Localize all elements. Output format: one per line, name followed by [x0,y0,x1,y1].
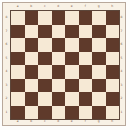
file-labels-top: abcdefgh [11,5,119,9]
square-a8[interactable] [11,11,25,25]
square-g7[interactable] [92,25,106,39]
square-b7[interactable] [25,25,39,39]
coord-label-7: 7 [5,25,9,39]
square-b5[interactable] [25,52,39,66]
square-c7[interactable] [38,25,52,39]
square-e6[interactable] [65,38,79,52]
square-f6[interactable] [79,38,93,52]
coord-label-5: 5 [120,52,124,66]
coord-label-a: a [11,5,25,9]
square-a7[interactable] [11,25,25,39]
square-e4[interactable] [65,65,79,79]
square-f2[interactable] [79,92,93,106]
coord-label-g: g [92,120,106,124]
square-b4[interactable] [25,65,39,79]
square-e2[interactable] [65,92,79,106]
square-f8[interactable] [79,11,93,25]
square-g3[interactable] [92,79,106,93]
square-d7[interactable] [52,25,66,39]
board-frame [10,10,120,120]
square-d8[interactable] [52,11,66,25]
square-g5[interactable] [92,52,106,66]
square-a2[interactable] [11,92,25,106]
square-f3[interactable] [79,79,93,93]
square-d6[interactable] [52,38,66,52]
coord-label-e: e [65,120,79,124]
coord-label-h: h [106,120,120,124]
board-grid [11,11,119,119]
square-f5[interactable] [79,52,93,66]
coord-label-b: b [25,120,39,124]
square-b2[interactable] [25,92,39,106]
square-f1[interactable] [79,106,93,120]
coord-label-c: c [38,5,52,9]
coord-label-7: 7 [120,25,124,39]
square-b1[interactable] [25,106,39,120]
square-c6[interactable] [38,38,52,52]
coord-label-2: 2 [120,92,124,106]
coord-label-d: d [52,5,66,9]
rank-labels-left: 87654321 [5,11,9,119]
chessboard-photo: abcdefgh abcdefgh 87654321 87654321 [0,0,130,130]
square-g8[interactable] [92,11,106,25]
coord-label-e: e [65,5,79,9]
square-f7[interactable] [79,25,93,39]
chessboard: abcdefgh abcdefgh 87654321 87654321 [2,2,126,126]
square-e3[interactable] [65,79,79,93]
coord-label-1: 1 [120,106,124,120]
square-g6[interactable] [92,38,106,52]
rank-labels-right: 87654321 [120,11,124,119]
square-d1[interactable] [52,106,66,120]
square-a5[interactable] [11,52,25,66]
coord-label-8: 8 [120,11,124,25]
coord-label-1: 1 [5,106,9,120]
square-a4[interactable] [11,65,25,79]
square-c5[interactable] [38,52,52,66]
coord-label-6: 6 [5,38,9,52]
coord-label-8: 8 [5,11,9,25]
square-h3[interactable] [106,79,120,93]
square-d3[interactable] [52,79,66,93]
square-g1[interactable] [92,106,106,120]
square-g4[interactable] [92,65,106,79]
square-c8[interactable] [38,11,52,25]
coord-label-f: f [79,120,93,124]
square-c3[interactable] [38,79,52,93]
square-b8[interactable] [25,11,39,25]
square-h2[interactable] [106,92,120,106]
square-c1[interactable] [38,106,52,120]
square-a6[interactable] [11,38,25,52]
square-b6[interactable] [25,38,39,52]
coord-label-g: g [92,5,106,9]
coord-label-c: c [38,120,52,124]
square-e1[interactable] [65,106,79,120]
square-e7[interactable] [65,25,79,39]
coord-label-4: 4 [120,65,124,79]
square-c2[interactable] [38,92,52,106]
coord-label-6: 6 [120,38,124,52]
coord-label-3: 3 [5,79,9,93]
coord-label-2: 2 [5,92,9,106]
square-h6[interactable] [106,38,120,52]
square-g2[interactable] [92,92,106,106]
square-f4[interactable] [79,65,93,79]
square-h8[interactable] [106,11,120,25]
coord-label-f: f [79,5,93,9]
square-h1[interactable] [106,106,120,120]
coord-label-4: 4 [5,65,9,79]
square-h4[interactable] [106,65,120,79]
square-d2[interactable] [52,92,66,106]
coord-label-3: 3 [120,79,124,93]
square-a3[interactable] [11,79,25,93]
square-e8[interactable] [65,11,79,25]
square-h7[interactable] [106,25,120,39]
coord-label-h: h [106,5,120,9]
coord-label-a: a [11,120,25,124]
coord-label-5: 5 [5,52,9,66]
square-a1[interactable] [11,106,25,120]
file-labels-bottom: abcdefgh [11,120,119,124]
square-d5[interactable] [52,52,66,66]
square-e5[interactable] [65,52,79,66]
coord-label-d: d [52,120,66,124]
coord-label-b: b [25,5,39,9]
square-d4[interactable] [52,65,66,79]
square-h5[interactable] [106,52,120,66]
square-b3[interactable] [25,79,39,93]
square-c4[interactable] [38,65,52,79]
